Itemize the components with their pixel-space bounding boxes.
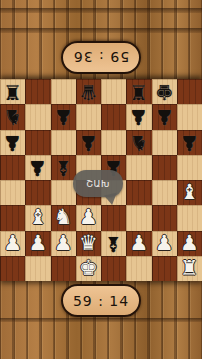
white-pawn-a2[interactable]: ♟ <box>3 233 22 254</box>
square-b2[interactable]: ♟ <box>25 231 50 256</box>
square-e6[interactable] <box>101 130 126 155</box>
square-b1[interactable] <box>25 256 50 281</box>
white-queen-d2[interactable]: ♛ <box>79 233 98 254</box>
black-pawn-f7[interactable]: ♟ <box>129 106 148 127</box>
black-bishop-c5[interactable]: ♝ <box>54 157 73 178</box>
square-b3[interactable]: ♝ <box>25 205 50 230</box>
black-rook-a8[interactable]: ♜ <box>3 81 22 102</box>
square-g3[interactable] <box>152 205 177 230</box>
black-knight-a7[interactable]: ♞ <box>3 106 22 127</box>
wood-seam <box>0 318 202 322</box>
square-b8[interactable] <box>25 79 50 104</box>
square-d2[interactable]: ♛ <box>76 231 101 256</box>
white-pawn-f2[interactable]: ♟ <box>129 233 148 254</box>
square-d8[interactable]: ♛ <box>76 79 101 104</box>
player-clock-time: 59 : 14 <box>73 293 129 309</box>
square-b6[interactable] <box>25 130 50 155</box>
opponent-clock-time: 59 : 36 <box>73 50 129 66</box>
black-pawn-h6[interactable]: ♟ <box>180 132 199 153</box>
square-h5[interactable] <box>177 155 202 180</box>
wood-seam <box>0 8 202 13</box>
square-h1[interactable]: ♜ <box>177 256 202 281</box>
white-pawn-d3[interactable]: ♟ <box>79 207 98 228</box>
square-a3[interactable] <box>0 205 25 230</box>
square-d6[interactable]: ♟ <box>76 130 101 155</box>
black-pawn-g7[interactable]: ♟ <box>155 106 174 127</box>
white-pawn-g2[interactable]: ♟ <box>155 233 174 254</box>
black-pawn-a6[interactable]: ♟ <box>3 132 22 153</box>
square-c2[interactable]: ♟ <box>51 231 76 256</box>
square-g7[interactable]: ♟ <box>152 104 177 129</box>
square-c4[interactable] <box>51 180 76 205</box>
white-pawn-b2[interactable]: ♟ <box>28 233 47 254</box>
square-h2[interactable]: ♟ <box>177 231 202 256</box>
square-g2[interactable]: ♟ <box>152 231 177 256</box>
square-a7[interactable]: ♞ <box>0 104 25 129</box>
white-knight-c3[interactable]: ♞ <box>54 207 73 228</box>
square-h6[interactable]: ♟ <box>177 130 202 155</box>
square-b4[interactable] <box>25 180 50 205</box>
square-f8[interactable]: ♜ <box>126 79 151 104</box>
square-c7[interactable]: ♟ <box>51 104 76 129</box>
square-a6[interactable]: ♟ <box>0 130 25 155</box>
opponent-clock[interactable]: 59 : 36 <box>61 41 141 74</box>
check-announcement-bubble: ՇԱԽ <box>73 170 123 197</box>
square-a4[interactable] <box>0 180 25 205</box>
black-pawn-c7[interactable]: ♟ <box>54 106 73 127</box>
square-g4[interactable] <box>152 180 177 205</box>
square-c1[interactable] <box>51 256 76 281</box>
square-f3[interactable] <box>126 205 151 230</box>
square-h7[interactable] <box>177 104 202 129</box>
white-bishop-b3[interactable]: ♝ <box>28 207 47 228</box>
white-king-d1[interactable]: ♚ <box>79 258 98 279</box>
black-bishop-e2[interactable]: ♝ <box>104 233 123 254</box>
square-a2[interactable]: ♟ <box>0 231 25 256</box>
square-f1[interactable] <box>126 256 151 281</box>
square-e7[interactable] <box>101 104 126 129</box>
square-c6[interactable] <box>51 130 76 155</box>
square-a1[interactable] <box>0 256 25 281</box>
square-h8[interactable] <box>177 79 202 104</box>
square-f6[interactable]: ♞ <box>126 130 151 155</box>
player-clock[interactable]: 59 : 14 <box>61 284 141 317</box>
square-e1[interactable] <box>101 256 126 281</box>
square-g8[interactable]: ♚ <box>152 79 177 104</box>
square-d3[interactable]: ♟ <box>76 205 101 230</box>
square-c5[interactable]: ♝ <box>51 155 76 180</box>
square-f5[interactable] <box>126 155 151 180</box>
square-f7[interactable]: ♟ <box>126 104 151 129</box>
square-e8[interactable] <box>101 79 126 104</box>
square-d7[interactable] <box>76 104 101 129</box>
square-h3[interactable] <box>177 205 202 230</box>
wood-seam <box>0 28 202 33</box>
square-f2[interactable]: ♟ <box>126 231 151 256</box>
black-queen-d8[interactable]: ♛ <box>79 81 98 102</box>
black-knight-f6[interactable]: ♞ <box>129 132 148 153</box>
black-rook-f8[interactable]: ♜ <box>129 81 148 102</box>
square-a8[interactable]: ♜ <box>0 79 25 104</box>
black-king-g8[interactable]: ♚ <box>155 81 174 102</box>
square-e3[interactable] <box>101 205 126 230</box>
square-e2[interactable]: ♝ <box>101 231 126 256</box>
check-announcement-text: ՇԱԽ <box>86 179 110 189</box>
white-pawn-c2[interactable]: ♟ <box>54 233 73 254</box>
square-h4[interactable]: ♝ <box>177 180 202 205</box>
square-g5[interactable] <box>152 155 177 180</box>
square-b5[interactable]: ♟ <box>25 155 50 180</box>
square-b7[interactable] <box>25 104 50 129</box>
square-c8[interactable] <box>51 79 76 104</box>
square-c3[interactable]: ♞ <box>51 205 76 230</box>
square-a5[interactable] <box>0 155 25 180</box>
white-bishop-h4[interactable]: ♝ <box>180 182 199 203</box>
square-g1[interactable] <box>152 256 177 281</box>
white-rook-h1[interactable]: ♜ <box>180 258 199 279</box>
square-d1[interactable]: ♚ <box>76 256 101 281</box>
square-g6[interactable] <box>152 130 177 155</box>
black-pawn-b5[interactable]: ♟ <box>28 157 47 178</box>
chess-app-screen: 59 : 36 ♜♛♜♚♞♟♟♟♟♟♞♟♟♝♟♝♝♞♟♟♟♟♛♝♟♟♟♚♜ ՇԱ… <box>0 0 202 359</box>
black-pawn-d6[interactable]: ♟ <box>79 132 98 153</box>
square-f4[interactable] <box>126 180 151 205</box>
white-pawn-h2[interactable]: ♟ <box>180 233 199 254</box>
